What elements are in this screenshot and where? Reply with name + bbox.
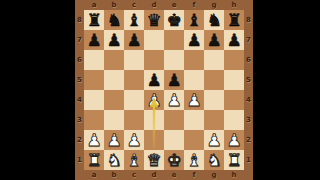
square-a3 bbox=[84, 110, 104, 130]
rank-label-2: 2 bbox=[244, 130, 253, 150]
square-f7: ♟ bbox=[184, 30, 204, 50]
square-d4: ♟ bbox=[144, 90, 164, 110]
square-d2 bbox=[144, 130, 164, 150]
rank-label-1: 1 bbox=[75, 150, 84, 170]
rank-label-3: 3 bbox=[75, 110, 84, 130]
file-labels-bottom: abcdefgh bbox=[84, 170, 244, 180]
piece-white-pawn-c2: ♟ bbox=[126, 130, 141, 150]
square-h7: ♟ bbox=[224, 30, 244, 50]
square-d8: ♛ bbox=[144, 10, 164, 30]
square-f5 bbox=[184, 70, 204, 90]
piece-black-bishop-f8: ♝ bbox=[186, 10, 201, 30]
square-a1: ♜ bbox=[84, 150, 104, 170]
piece-black-rook-h8: ♜ bbox=[226, 10, 241, 30]
square-e7 bbox=[164, 30, 184, 50]
square-e2 bbox=[164, 130, 184, 150]
piece-white-pawn-b2: ♟ bbox=[106, 130, 121, 150]
square-d5: ♟ bbox=[144, 70, 164, 90]
square-e1: ♚ bbox=[164, 150, 184, 170]
piece-white-bishop-f1: ♝ bbox=[186, 150, 201, 170]
square-e4: ♟ bbox=[164, 90, 184, 110]
piece-black-pawn-b7: ♟ bbox=[106, 30, 121, 50]
square-g6 bbox=[204, 50, 224, 70]
square-b3 bbox=[104, 110, 124, 130]
piece-black-rook-a8: ♜ bbox=[86, 10, 101, 30]
file-label-c: c bbox=[124, 0, 144, 10]
square-f1: ♝ bbox=[184, 150, 204, 170]
square-g8: ♞ bbox=[204, 10, 224, 30]
rank-label-8: 8 bbox=[75, 10, 84, 30]
square-a4 bbox=[84, 90, 104, 110]
square-a7: ♟ bbox=[84, 30, 104, 50]
square-g7: ♟ bbox=[204, 30, 224, 50]
rank-label-4: 4 bbox=[75, 90, 84, 110]
square-h6 bbox=[224, 50, 244, 70]
video-frame: abcdefgh abcdefgh 87654321 87654321 ♜♞♝♛… bbox=[0, 0, 320, 180]
rank-labels-right: 87654321 bbox=[244, 10, 253, 170]
piece-white-knight-b1: ♞ bbox=[106, 150, 121, 170]
piece-white-bishop-c1: ♝ bbox=[126, 150, 141, 170]
square-b4 bbox=[104, 90, 124, 110]
piece-white-pawn-h2: ♟ bbox=[226, 130, 241, 150]
square-e8: ♚ bbox=[164, 10, 184, 30]
piece-white-pawn-d4: ♟ bbox=[146, 90, 161, 110]
square-f4: ♟ bbox=[184, 90, 204, 110]
file-label-c: c bbox=[124, 170, 144, 180]
square-h4 bbox=[224, 90, 244, 110]
square-b1: ♞ bbox=[104, 150, 124, 170]
piece-white-rook-h1: ♜ bbox=[226, 150, 241, 170]
piece-white-pawn-f4: ♟ bbox=[186, 90, 201, 110]
file-label-d: d bbox=[144, 170, 164, 180]
square-g3 bbox=[204, 110, 224, 130]
square-d3 bbox=[144, 110, 164, 130]
square-g4 bbox=[204, 90, 224, 110]
square-c6 bbox=[124, 50, 144, 70]
square-a8: ♜ bbox=[84, 10, 104, 30]
letterbox-left bbox=[0, 0, 75, 180]
square-a2: ♟ bbox=[84, 130, 104, 150]
square-a5 bbox=[84, 70, 104, 90]
piece-black-bishop-c8: ♝ bbox=[126, 10, 141, 30]
square-f2 bbox=[184, 130, 204, 150]
rank-label-5: 5 bbox=[244, 70, 253, 90]
rank-label-2: 2 bbox=[75, 130, 84, 150]
piece-white-queen-d1: ♛ bbox=[146, 150, 161, 170]
square-d7 bbox=[144, 30, 164, 50]
square-c4 bbox=[124, 90, 144, 110]
square-g5 bbox=[204, 70, 224, 90]
square-c8: ♝ bbox=[124, 10, 144, 30]
square-c2: ♟ bbox=[124, 130, 144, 150]
square-c7: ♟ bbox=[124, 30, 144, 50]
chess-board: abcdefgh abcdefgh 87654321 87654321 ♜♞♝♛… bbox=[75, 0, 253, 180]
piece-black-queen-d8: ♛ bbox=[146, 10, 161, 30]
rank-label-3: 3 bbox=[244, 110, 253, 130]
piece-white-pawn-a2: ♟ bbox=[86, 130, 101, 150]
rank-label-6: 6 bbox=[75, 50, 84, 70]
square-b2: ♟ bbox=[104, 130, 124, 150]
rank-label-7: 7 bbox=[75, 30, 84, 50]
square-h3 bbox=[224, 110, 244, 130]
rank-label-8: 8 bbox=[244, 10, 253, 30]
file-label-g: g bbox=[204, 170, 224, 180]
file-label-a: a bbox=[84, 170, 104, 180]
rank-label-6: 6 bbox=[244, 50, 253, 70]
rank-labels-left: 87654321 bbox=[75, 10, 84, 170]
square-f3 bbox=[184, 110, 204, 130]
square-h1: ♜ bbox=[224, 150, 244, 170]
piece-white-pawn-g2: ♟ bbox=[206, 130, 221, 150]
square-b5 bbox=[104, 70, 124, 90]
piece-black-knight-g8: ♞ bbox=[206, 10, 221, 30]
file-label-b: b bbox=[104, 170, 124, 180]
file-label-b: b bbox=[104, 0, 124, 10]
square-e3 bbox=[164, 110, 184, 130]
piece-black-pawn-d5: ♟ bbox=[146, 70, 161, 90]
square-f8: ♝ bbox=[184, 10, 204, 30]
file-labels-top: abcdefgh bbox=[84, 0, 244, 10]
square-c3 bbox=[124, 110, 144, 130]
rank-label-7: 7 bbox=[244, 30, 253, 50]
piece-black-pawn-g7: ♟ bbox=[206, 30, 221, 50]
square-b6 bbox=[104, 50, 124, 70]
file-label-f: f bbox=[184, 170, 204, 180]
piece-black-knight-b8: ♞ bbox=[106, 10, 121, 30]
chess-board-squares: ♜♞♝♛♚♝♞♜♟♟♟♟♟♟♟♟♟♟♟♟♟♟♟♟♜♞♝♛♚♝♞♜ bbox=[84, 10, 244, 170]
square-g2: ♟ bbox=[204, 130, 224, 150]
square-h2: ♟ bbox=[224, 130, 244, 150]
square-h8: ♜ bbox=[224, 10, 244, 30]
file-label-h: h bbox=[224, 170, 244, 180]
piece-white-knight-g1: ♞ bbox=[206, 150, 221, 170]
piece-black-pawn-e5: ♟ bbox=[166, 70, 181, 90]
square-b7: ♟ bbox=[104, 30, 124, 50]
letterbox-right bbox=[253, 0, 320, 180]
rank-label-1: 1 bbox=[244, 150, 253, 170]
file-label-h: h bbox=[224, 0, 244, 10]
file-label-a: a bbox=[84, 0, 104, 10]
piece-white-king-e1: ♚ bbox=[166, 150, 181, 170]
piece-white-rook-a1: ♜ bbox=[86, 150, 101, 170]
square-a6 bbox=[84, 50, 104, 70]
file-label-e: e bbox=[164, 170, 184, 180]
square-e6 bbox=[164, 50, 184, 70]
piece-black-king-e8: ♚ bbox=[166, 10, 181, 30]
piece-black-pawn-h7: ♟ bbox=[226, 30, 241, 50]
file-label-d: d bbox=[144, 0, 164, 10]
piece-white-pawn-e4: ♟ bbox=[166, 90, 181, 110]
square-c5 bbox=[124, 70, 144, 90]
square-b8: ♞ bbox=[104, 10, 124, 30]
square-d6 bbox=[144, 50, 164, 70]
file-label-g: g bbox=[204, 0, 224, 10]
square-e5: ♟ bbox=[164, 70, 184, 90]
file-label-e: e bbox=[164, 0, 184, 10]
rank-label-4: 4 bbox=[244, 90, 253, 110]
square-c1: ♝ bbox=[124, 150, 144, 170]
piece-black-pawn-a7: ♟ bbox=[86, 30, 101, 50]
piece-black-pawn-c7: ♟ bbox=[126, 30, 141, 50]
square-h5 bbox=[224, 70, 244, 90]
square-d1: ♛ bbox=[144, 150, 164, 170]
file-label-f: f bbox=[184, 0, 204, 10]
rank-label-5: 5 bbox=[75, 70, 84, 90]
piece-black-pawn-f7: ♟ bbox=[186, 30, 201, 50]
square-f6 bbox=[184, 50, 204, 70]
square-g1: ♞ bbox=[204, 150, 224, 170]
